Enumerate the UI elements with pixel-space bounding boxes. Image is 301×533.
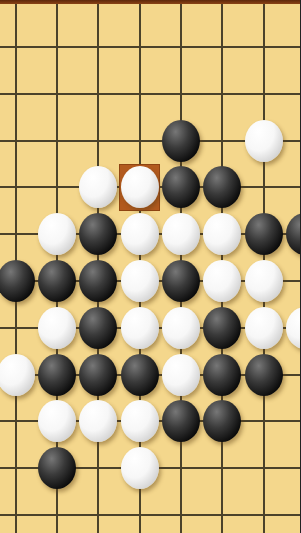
stone-black (79, 307, 117, 349)
stone-black (245, 213, 283, 255)
stone-white (79, 166, 117, 208)
stone-black (203, 166, 241, 208)
stone-white (38, 213, 76, 255)
stone-white (162, 213, 200, 255)
grid-hline (0, 46, 300, 48)
stone-white (162, 307, 200, 349)
stone-black (121, 354, 159, 396)
stone-black (203, 307, 241, 349)
stone-white (38, 400, 76, 442)
stone-white (38, 307, 76, 349)
stone-white (245, 120, 283, 162)
stone-white (245, 260, 283, 302)
stone-white (121, 307, 159, 349)
stone-black (203, 400, 241, 442)
grid-hline (0, 93, 300, 95)
stone-black (286, 213, 301, 255)
stone-black (79, 354, 117, 396)
stone-white (121, 213, 159, 255)
stone-black (203, 354, 241, 396)
stone-white (121, 260, 159, 302)
stone-black (162, 260, 200, 302)
stone-black (162, 166, 200, 208)
stone-white (79, 400, 117, 442)
stone-black (38, 447, 76, 489)
gomoku-board[interactable] (0, 0, 300, 533)
stone-black (245, 354, 283, 396)
stone-white (121, 166, 159, 208)
stone-white (203, 260, 241, 302)
stone-black (162, 400, 200, 442)
stone-black (79, 260, 117, 302)
stone-black (38, 260, 76, 302)
stone-white (121, 447, 159, 489)
stone-white (286, 307, 301, 349)
stone-white (0, 354, 35, 396)
grid-hline (0, 514, 300, 516)
stone-black (162, 120, 200, 162)
stone-black (79, 213, 117, 255)
stone-white (203, 213, 241, 255)
stone-black (38, 354, 76, 396)
stone-white (245, 307, 283, 349)
stone-black (0, 260, 35, 302)
stone-white (162, 354, 200, 396)
stone-white (121, 400, 159, 442)
top-edge-bar (0, 0, 300, 4)
